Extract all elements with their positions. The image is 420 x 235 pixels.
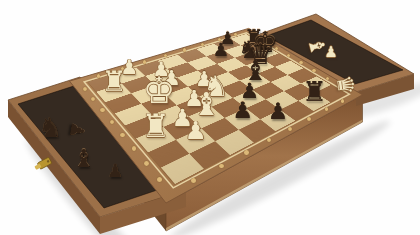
piece-black-rook-h7: ♜ — [302, 78, 326, 105]
captured-black-knight-left-drawer: ♞ — [38, 114, 62, 141]
piece-black-pawn-h5: ♟ — [268, 100, 288, 123]
frame-dot — [144, 161, 149, 166]
frame-dot — [312, 69, 315, 72]
frame-dot — [97, 74, 101, 78]
piece-black-pawn-g4: ♟ — [232, 99, 252, 122]
frame-dot — [143, 60, 146, 63]
frame-dot — [219, 164, 224, 169]
piece-black-pawn-b6: ♟ — [213, 41, 229, 59]
piece-white-rook-b1: ♜ — [101, 68, 126, 96]
captured-white-queen-right-drawer: ♛ — [333, 74, 357, 96]
frame-dot — [120, 133, 125, 138]
captured-white-pawn-right-drawer: ♟ — [324, 45, 337, 60]
frame-dot — [244, 150, 249, 155]
frame-dot — [183, 48, 186, 51]
piece-white-king-d2: ♚ — [143, 72, 176, 109]
piece-white-rook-f1: ♜ — [142, 111, 171, 143]
captured-black-bishop-left-drawer: ♝ — [73, 146, 95, 171]
captured-black-pawn-left-drawer: ♟ — [67, 120, 88, 139]
frame-dot — [307, 117, 311, 121]
frame-dot — [83, 87, 87, 91]
captured-black-pawn-left-drawer: ♟ — [107, 162, 123, 180]
piece-white-pawn-g2: ♟ — [185, 119, 207, 144]
frame-dot — [341, 99, 345, 103]
chess-set-photo: ♜♚♟♞♛♜♟♝♟♟♟♞♟♟♟♟♝♟♚♟♟♜♜♞♟♝♟♝♟♛ — [0, 0, 420, 235]
